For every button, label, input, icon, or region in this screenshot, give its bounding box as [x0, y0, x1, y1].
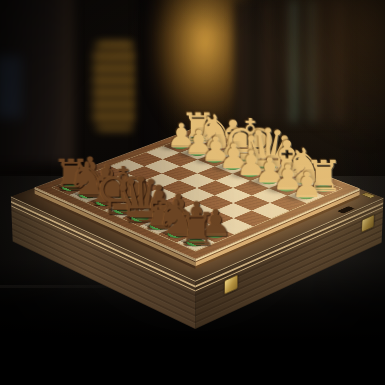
scene-3d: ♜♞♝♛♚♝♞♜♟♟♟♟♟♟♟♟♟♟♟♟♟♟♟♟♜♞♝♛♚♝♞♜ [0, 0, 385, 385]
brass-clasp [224, 274, 238, 294]
square-a8[interactable]: ♜ [177, 234, 215, 251]
brass-hinge-side [361, 214, 374, 232]
square-a2[interactable]: ♟ [288, 188, 324, 203]
photo-frame: ♜♞♝♛♚♝♞♜♟♟♟♟♟♟♟♟♟♟♟♟♟♟♟♟♜♞♝♛♚♝♞♜ [0, 0, 385, 385]
